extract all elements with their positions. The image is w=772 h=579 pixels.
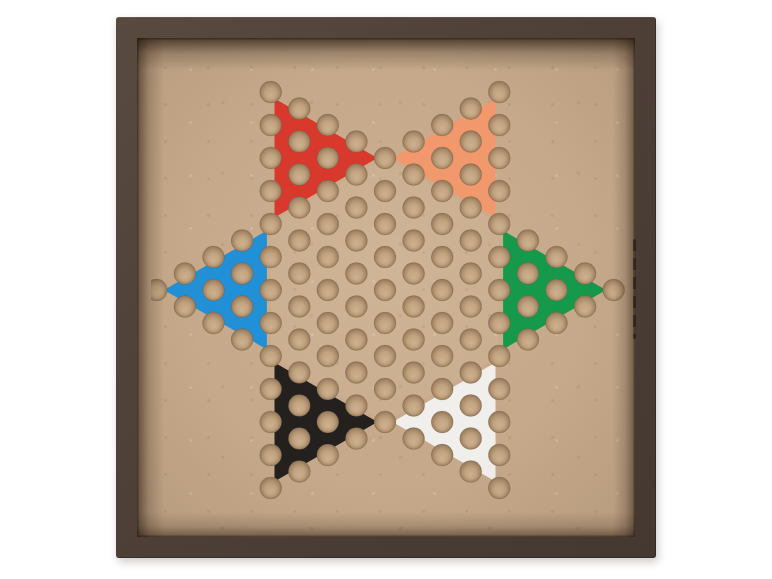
hole[interactable] — [488, 477, 510, 499]
hole[interactable] — [345, 329, 367, 351]
hole[interactable] — [431, 411, 453, 433]
hole[interactable] — [288, 395, 310, 417]
hole[interactable] — [460, 230, 482, 252]
hole[interactable] — [317, 213, 339, 235]
hole[interactable] — [288, 197, 310, 219]
hole[interactable] — [460, 164, 482, 186]
hole[interactable] — [345, 395, 367, 417]
hole[interactable] — [460, 329, 482, 351]
hole[interactable] — [460, 461, 482, 483]
hole[interactable] — [260, 444, 282, 466]
hole[interactable] — [488, 378, 510, 400]
hole[interactable] — [488, 279, 510, 301]
frame-seam-notch — [633, 239, 636, 339]
hole[interactable] — [203, 312, 225, 334]
hole[interactable] — [260, 213, 282, 235]
hole[interactable] — [260, 312, 282, 334]
hole[interactable] — [403, 428, 425, 450]
hole[interactable] — [345, 230, 367, 252]
board-photo — [0, 0, 772, 579]
hole[interactable] — [174, 296, 196, 318]
hole[interactable] — [403, 263, 425, 285]
hole[interactable] — [345, 164, 367, 186]
hole[interactable] — [288, 296, 310, 318]
hole[interactable] — [403, 296, 425, 318]
hole[interactable] — [517, 230, 539, 252]
hole[interactable] — [374, 180, 396, 202]
hole[interactable] — [488, 114, 510, 136]
hole[interactable] — [374, 378, 396, 400]
hole[interactable] — [403, 131, 425, 153]
hole[interactable] — [460, 296, 482, 318]
hole[interactable] — [374, 411, 396, 433]
hole[interactable] — [488, 312, 510, 334]
hole[interactable] — [374, 345, 396, 367]
hole[interactable] — [374, 246, 396, 268]
hole[interactable] — [317, 246, 339, 268]
hole[interactable] — [317, 411, 339, 433]
hole[interactable] — [488, 411, 510, 433]
hole[interactable] — [403, 362, 425, 384]
hole[interactable] — [151, 279, 167, 301]
hole[interactable] — [431, 444, 453, 466]
hole[interactable] — [488, 213, 510, 235]
hole[interactable] — [403, 164, 425, 186]
hole[interactable] — [288, 329, 310, 351]
hole[interactable] — [288, 230, 310, 252]
hole[interactable] — [203, 279, 225, 301]
hole[interactable] — [488, 246, 510, 268]
hole[interactable] — [231, 263, 253, 285]
hole[interactable] — [460, 263, 482, 285]
hole[interactable] — [403, 230, 425, 252]
hole[interactable] — [317, 279, 339, 301]
hole[interactable] — [288, 461, 310, 483]
hole[interactable] — [460, 197, 482, 219]
hole[interactable] — [345, 197, 367, 219]
hole[interactable] — [431, 246, 453, 268]
hole[interactable] — [517, 329, 539, 351]
hole[interactable] — [260, 147, 282, 169]
hole[interactable] — [431, 147, 453, 169]
hole[interactable] — [288, 98, 310, 120]
hole[interactable] — [488, 180, 510, 202]
hole[interactable] — [231, 296, 253, 318]
hole[interactable] — [260, 477, 282, 499]
hole[interactable] — [374, 279, 396, 301]
hole[interactable] — [345, 362, 367, 384]
hole[interactable] — [574, 263, 596, 285]
hole[interactable] — [488, 444, 510, 466]
hole[interactable] — [517, 263, 539, 285]
hole[interactable] — [317, 312, 339, 334]
hole[interactable] — [374, 312, 396, 334]
hole[interactable] — [317, 378, 339, 400]
hole[interactable] — [403, 329, 425, 351]
hole[interactable] — [260, 246, 282, 268]
hole[interactable] — [431, 114, 453, 136]
hole[interactable] — [488, 147, 510, 169]
hole[interactable] — [345, 428, 367, 450]
game-board-box — [116, 17, 656, 558]
hole[interactable] — [431, 378, 453, 400]
hole[interactable] — [288, 164, 310, 186]
hole[interactable] — [460, 98, 482, 120]
hole[interactable] — [317, 345, 339, 367]
hole[interactable] — [260, 81, 282, 103]
hole[interactable] — [260, 180, 282, 202]
hole[interactable] — [460, 428, 482, 450]
hole[interactable] — [517, 296, 539, 318]
hole[interactable] — [317, 114, 339, 136]
hole[interactable] — [288, 362, 310, 384]
hole[interactable] — [317, 444, 339, 466]
hole[interactable] — [374, 213, 396, 235]
hole[interactable] — [431, 345, 453, 367]
hole[interactable] — [260, 114, 282, 136]
hole[interactable] — [431, 180, 453, 202]
hole[interactable] — [460, 362, 482, 384]
hole[interactable] — [546, 246, 568, 268]
hole[interactable] — [574, 296, 596, 318]
hole[interactable] — [231, 230, 253, 252]
hole[interactable] — [431, 213, 453, 235]
hole[interactable] — [317, 180, 339, 202]
hole[interactable] — [431, 279, 453, 301]
hole[interactable] — [345, 131, 367, 153]
board-grid — [151, 59, 630, 525]
hole[interactable] — [488, 345, 510, 367]
hole[interactable] — [174, 263, 196, 285]
board-surface — [137, 38, 635, 537]
hole[interactable] — [603, 279, 625, 301]
hole[interactable] — [317, 147, 339, 169]
hole[interactable] — [374, 147, 396, 169]
hole[interactable] — [488, 81, 510, 103]
hole[interactable] — [260, 411, 282, 433]
hole[interactable] — [288, 428, 310, 450]
hole[interactable] — [231, 329, 253, 351]
hole[interactable] — [203, 246, 225, 268]
hole[interactable] — [260, 378, 282, 400]
hole[interactable] — [403, 395, 425, 417]
hole[interactable] — [260, 345, 282, 367]
hole[interactable] — [260, 279, 282, 301]
hole[interactable] — [460, 131, 482, 153]
hole[interactable] — [460, 395, 482, 417]
hole[interactable] — [546, 279, 568, 301]
hole[interactable] — [403, 197, 425, 219]
hole[interactable] — [345, 263, 367, 285]
hole[interactable] — [288, 263, 310, 285]
hole[interactable] — [345, 296, 367, 318]
hole[interactable] — [288, 131, 310, 153]
hole[interactable] — [431, 312, 453, 334]
hole[interactable] — [546, 312, 568, 334]
